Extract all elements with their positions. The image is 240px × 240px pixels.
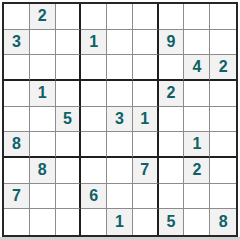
sudoku-cell[interactable] (159, 4, 185, 30)
sudoku-cell[interactable]: 8 (30, 158, 56, 184)
cell-digit: 4 (192, 59, 201, 75)
sudoku-cell[interactable]: 8 (4, 132, 30, 158)
sudoku-cell[interactable] (56, 81, 82, 107)
sudoku-cell[interactable] (107, 55, 133, 81)
sudoku-cell[interactable] (4, 158, 30, 184)
sudoku-cell[interactable]: 4 (184, 55, 210, 81)
cell-digit: 7 (140, 162, 149, 178)
sudoku-cell[interactable] (107, 81, 133, 107)
sudoku-cell[interactable]: 1 (184, 132, 210, 158)
cell-digit: 2 (192, 162, 201, 178)
sudoku-cell[interactable] (210, 158, 236, 184)
sudoku-cell[interactable] (184, 209, 210, 235)
sudoku-cell[interactable]: 2 (30, 4, 56, 30)
sudoku-cell[interactable] (133, 4, 159, 30)
sudoku-cell[interactable] (133, 30, 159, 56)
sudoku-cell[interactable] (159, 55, 185, 81)
sudoku-cell[interactable] (184, 107, 210, 133)
sudoku-cell[interactable] (184, 81, 210, 107)
cell-digit: 3 (12, 34, 21, 50)
sudoku-cell[interactable] (56, 158, 82, 184)
cell-digit: 3 (115, 111, 124, 127)
sudoku-cell[interactable] (159, 132, 185, 158)
sudoku-cell[interactable] (30, 107, 56, 133)
sudoku-cell[interactable] (159, 184, 185, 210)
cell-digit: 2 (219, 59, 228, 75)
cell-digit: 5 (63, 111, 72, 127)
sudoku-cell[interactable] (56, 55, 82, 81)
cell-digit: 8 (219, 214, 228, 230)
cell-digit: 1 (115, 214, 124, 230)
sudoku-cell[interactable] (56, 132, 82, 158)
sudoku-cell[interactable] (159, 107, 185, 133)
sudoku-cell[interactable]: 1 (133, 107, 159, 133)
sudoku-cell[interactable] (56, 209, 82, 235)
sudoku-cell[interactable]: 6 (81, 184, 107, 210)
sudoku-cell[interactable] (4, 107, 30, 133)
sudoku-board: 231942125318187276158 (2, 2, 238, 237)
sudoku-cell[interactable]: 3 (107, 107, 133, 133)
sudoku-cell[interactable] (30, 30, 56, 56)
sudoku-cell[interactable] (210, 184, 236, 210)
sudoku-cell[interactable] (107, 158, 133, 184)
cell-digit: 7 (12, 188, 21, 204)
sudoku-cell[interactable]: 5 (56, 107, 82, 133)
sudoku-cell[interactable]: 2 (210, 55, 236, 81)
sudoku-cell[interactable] (210, 30, 236, 56)
sudoku-cell[interactable] (133, 184, 159, 210)
sudoku-cell[interactable]: 1 (107, 209, 133, 235)
sudoku-cell[interactable] (4, 4, 30, 30)
sudoku-cell[interactable]: 1 (30, 81, 56, 107)
sudoku-cell[interactable] (30, 132, 56, 158)
sudoku-cell[interactable] (159, 158, 185, 184)
sudoku-cell[interactable] (56, 30, 82, 56)
sudoku-cell[interactable] (81, 132, 107, 158)
sudoku-cell[interactable]: 3 (4, 30, 30, 56)
sudoku-cell[interactable] (4, 81, 30, 107)
sudoku-cell[interactable] (81, 81, 107, 107)
sudoku-cell[interactable] (133, 55, 159, 81)
board-wrapper: 231942125318187276158 (2, 2, 238, 237)
sudoku-cell[interactable] (81, 55, 107, 81)
sudoku-cell[interactable] (30, 55, 56, 81)
sudoku-cell[interactable] (133, 81, 159, 107)
sudoku-cell[interactable]: 5 (159, 209, 185, 235)
sudoku-cell[interactable] (184, 184, 210, 210)
sudoku-cell[interactable] (210, 132, 236, 158)
sudoku-cell[interactable] (107, 4, 133, 30)
cell-digit: 8 (38, 162, 47, 178)
cell-digit: 9 (167, 34, 176, 50)
sudoku-cell[interactable]: 7 (133, 158, 159, 184)
page-background: 231942125318187276158 (0, 0, 240, 240)
sudoku-cell[interactable] (107, 30, 133, 56)
sudoku-cell[interactable]: 8 (210, 209, 236, 235)
cell-digit: 2 (38, 8, 47, 24)
sudoku-cell[interactable] (81, 209, 107, 235)
cell-digit: 1 (89, 34, 98, 50)
sudoku-cell[interactable] (4, 55, 30, 81)
sudoku-cell[interactable] (81, 4, 107, 30)
sudoku-cell[interactable] (133, 132, 159, 158)
sudoku-cell[interactable] (81, 158, 107, 184)
sudoku-cell[interactable]: 1 (81, 30, 107, 56)
sudoku-cell[interactable] (133, 209, 159, 235)
sudoku-cell[interactable]: 7 (4, 184, 30, 210)
sudoku-cell[interactable] (81, 107, 107, 133)
sudoku-cell[interactable] (30, 184, 56, 210)
sudoku-cell[interactable] (4, 209, 30, 235)
cell-digit: 1 (38, 85, 47, 101)
sudoku-cell[interactable] (107, 132, 133, 158)
sudoku-cell[interactable] (184, 4, 210, 30)
sudoku-cell[interactable] (210, 107, 236, 133)
cell-digit: 6 (89, 188, 98, 204)
sudoku-cell[interactable] (56, 4, 82, 30)
cell-digit: 5 (167, 214, 176, 230)
cell-digit: 2 (167, 85, 176, 101)
sudoku-cell[interactable]: 2 (184, 158, 210, 184)
sudoku-cell[interactable] (30, 209, 56, 235)
cell-digit: 1 (192, 136, 201, 152)
cell-digit: 1 (140, 111, 149, 127)
sudoku-cell[interactable] (184, 30, 210, 56)
sudoku-cell[interactable]: 2 (159, 81, 185, 107)
sudoku-cell[interactable] (210, 81, 236, 107)
sudoku-cell[interactable] (107, 184, 133, 210)
sudoku-cell[interactable]: 9 (159, 30, 185, 56)
sudoku-cell[interactable] (56, 184, 82, 210)
cell-digit: 8 (12, 136, 21, 152)
sudoku-cell[interactable] (210, 4, 236, 30)
